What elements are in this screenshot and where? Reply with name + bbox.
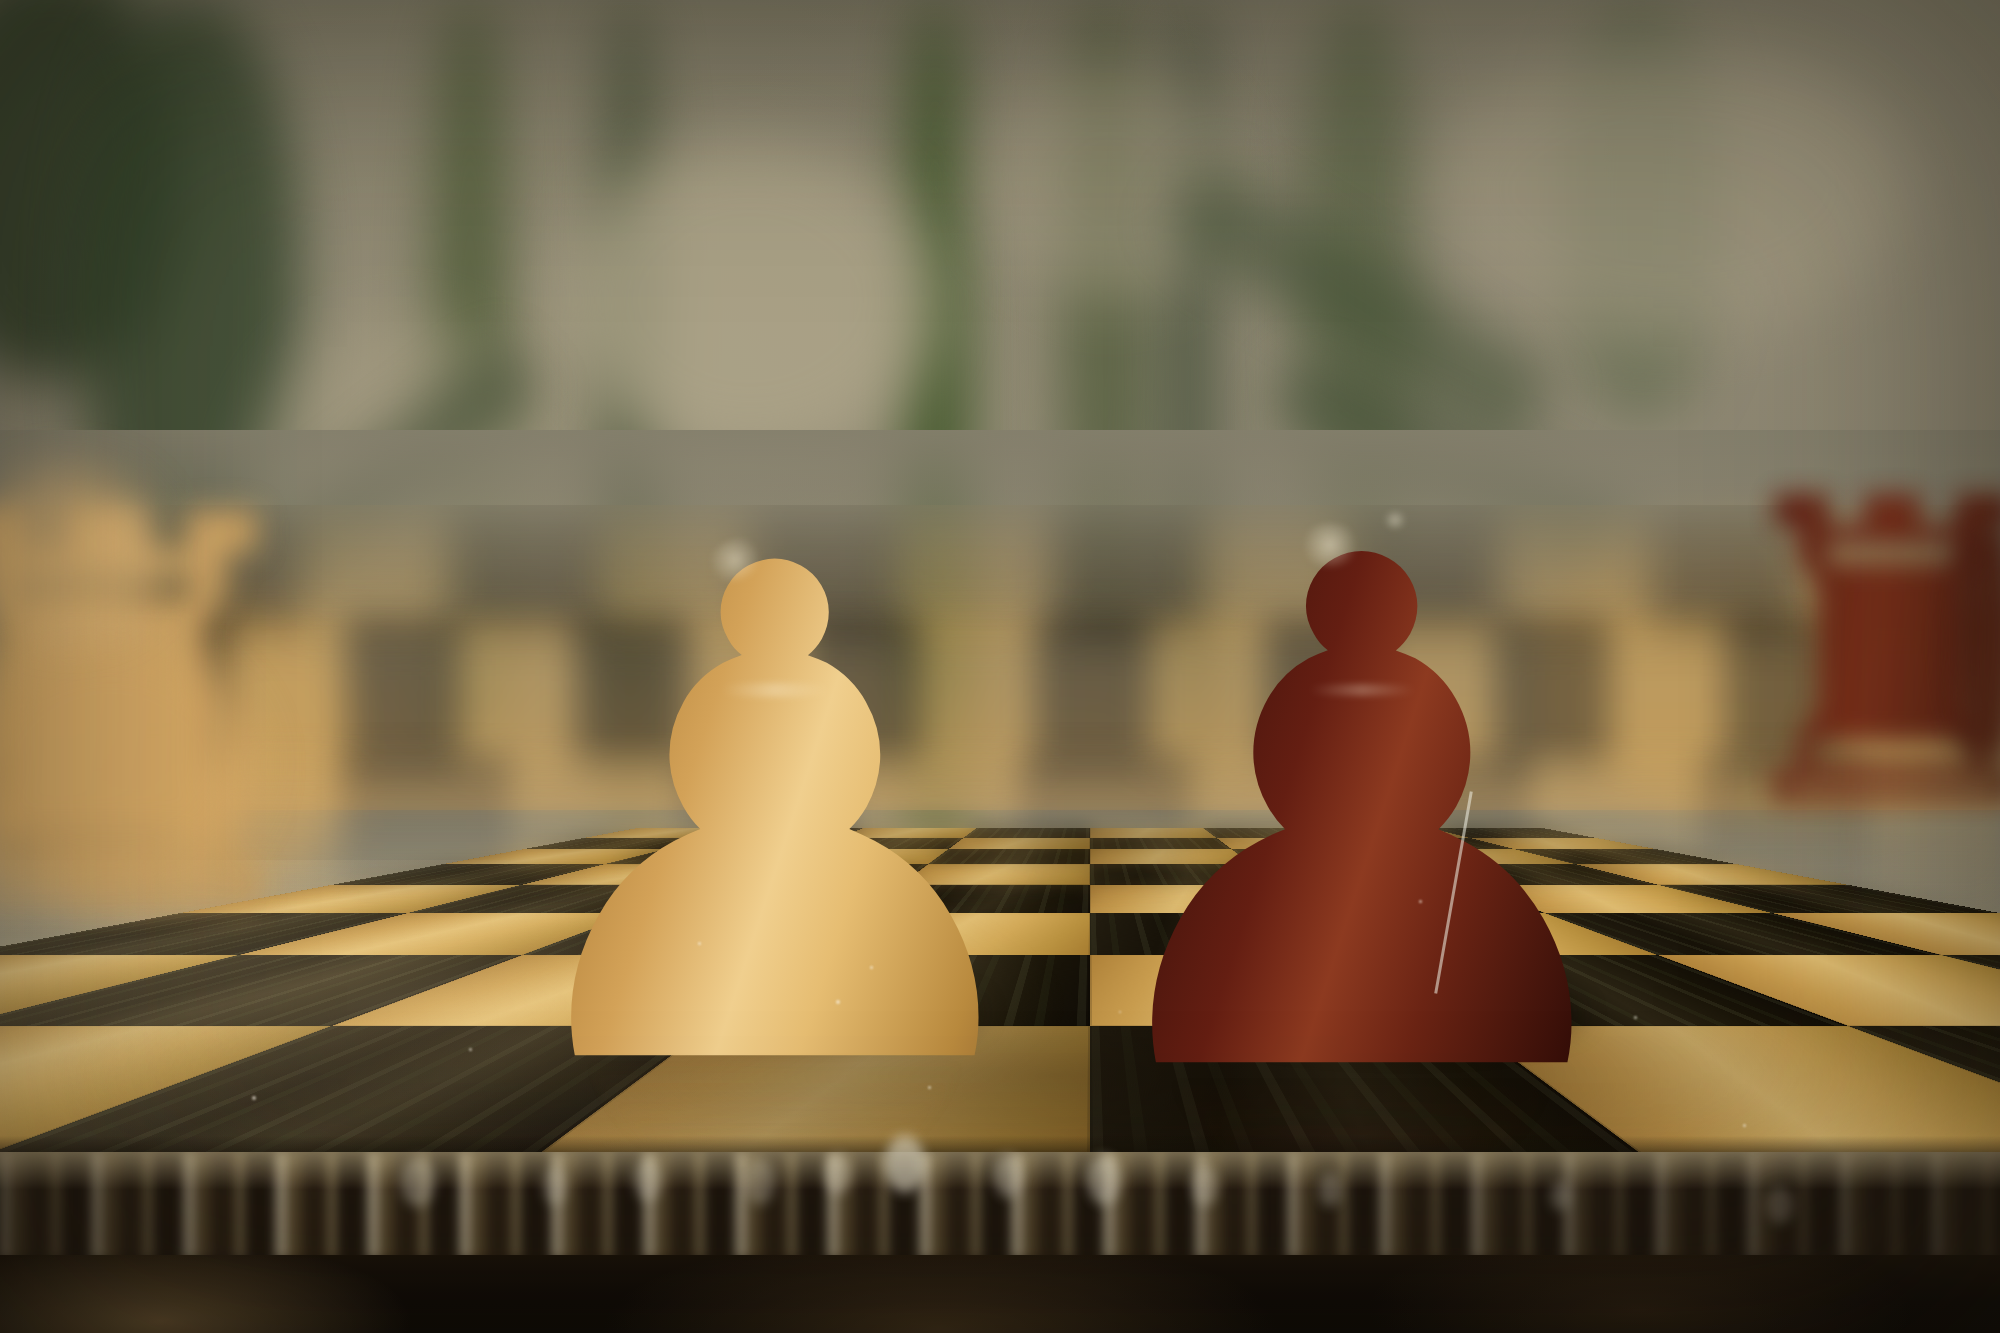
vignette — [0, 0, 2000, 1333]
chess-photo-scene: ♜ ♜ ♟ ♟ ♟ ♟ — [0, 0, 2000, 1333]
